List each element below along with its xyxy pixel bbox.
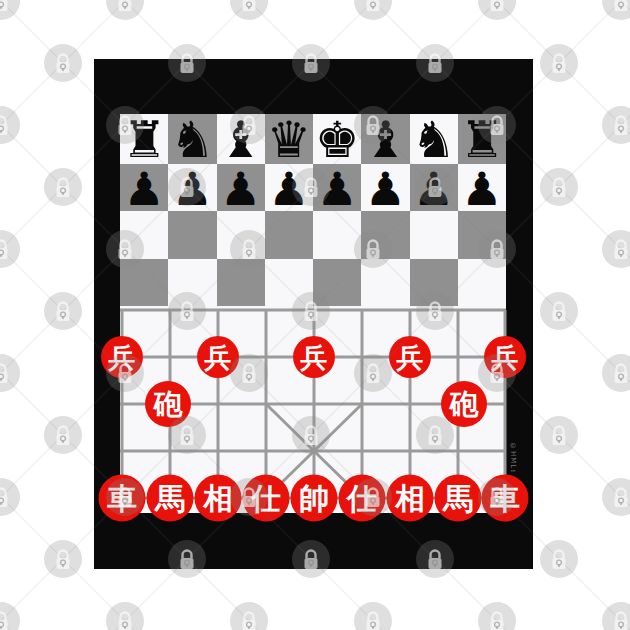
chess-square-f7[interactable]: ♟ [361,164,409,211]
chess-square-d6[interactable] [265,211,313,258]
chess-piece-black-pawn[interactable]: ♟ [268,166,309,212]
lock-icon [0,117,8,136]
lock-icon [553,55,566,73]
chess-square-b7[interactable]: ♟ [168,164,216,211]
chess-piece-black-queen[interactable]: ♛ [266,115,311,165]
lock-icon [57,551,70,570]
chess-piece-black-king[interactable]: ♚ [315,115,360,165]
chess-square-e7[interactable]: ♟ [313,164,361,211]
chess-square-c5[interactable] [217,259,265,306]
chess-square-c6[interactable] [217,211,265,258]
chess-square-f8[interactable]: ♝ [361,114,409,164]
chess-square-d8[interactable]: ♛ [265,114,313,164]
lock-icon [0,489,8,508]
chess-square-e6[interactable] [313,211,361,258]
xiangqi-piece-red-advisor[interactable]: 仕 [243,475,290,522]
lock-icon [553,427,566,446]
chess-square-e8[interactable]: ♚ [313,114,361,164]
xiangqi-piece-red-elephant[interactable]: 相 [387,475,434,522]
board-frame: ♜♞♝♛♚♝♞♜♟♟♟♟♟♟♟♟ 兵兵兵兵兵砲砲車馬相仕帥仕相馬車 ©HML™ [94,59,533,569]
lock-icon [0,241,8,259]
chess-square-g5[interactable] [410,259,458,306]
lock-icon [367,613,380,630]
chess-square-a6[interactable] [120,211,168,258]
chess-piece-black-pawn[interactable]: ♟ [172,166,213,212]
chess-square-g6[interactable] [410,211,458,258]
chess-piece-black-knight[interactable]: ♞ [170,115,215,165]
lock-icon [0,613,8,630]
xiangqi-piece-red-soldier-1[interactable]: 兵 [101,336,143,378]
chess-piece-black-knight[interactable]: ♞ [411,115,456,165]
xiangqi-piece-red-advisor[interactable]: 仕 [339,475,386,522]
chess-square-h6[interactable] [458,211,506,258]
xiangqi-piece-red-elephant[interactable]: 相 [195,475,242,522]
chess-piece-black-pawn[interactable]: ♟ [317,166,358,212]
lock-icon [0,365,8,384]
chess-piece-black-pawn[interactable]: ♟ [461,166,502,212]
xiangqi-piece-red-soldier-5[interactable]: 兵 [484,336,526,378]
chess-square-h7[interactable]: ♟ [458,164,506,211]
chess-square-c7[interactable]: ♟ [217,164,265,211]
chess-square-f6[interactable] [361,211,409,258]
lock-icon [57,179,70,198]
chess-square-d7[interactable]: ♟ [265,164,313,211]
lock-icon [615,241,628,259]
xiangqi-piece-red-horse[interactable]: 馬 [435,475,482,522]
chess-board: ♜♞♝♛♚♝♞♜♟♟♟♟♟♟♟♟ [120,114,506,306]
chess-square-f5[interactable] [361,259,409,306]
chess-piece-black-pawn[interactable]: ♟ [124,166,165,212]
xiangqi-piece-red-cannon-2[interactable]: 砲 [441,381,487,427]
chess-square-d5[interactable] [265,259,313,306]
lock-icon [367,0,380,11]
lock-icon [615,365,628,384]
xiangqi-piece-red-horse[interactable]: 馬 [147,475,194,522]
xiangqi-piece-red-chariot[interactable]: 車 [482,475,529,522]
lock-icon [243,0,256,11]
chess-square-b6[interactable] [168,211,216,258]
chess-piece-black-rook[interactable]: ♜ [459,115,504,165]
chess-piece-black-bishop[interactable]: ♝ [363,115,408,165]
xiangqi-piece-red-soldier-2[interactable]: 兵 [197,336,239,378]
chess-square-b8[interactable]: ♞ [168,114,216,164]
chess-square-c8[interactable]: ♝ [217,114,265,164]
chess-piece-black-rook[interactable]: ♜ [122,115,167,165]
xiangqi-piece-red-cannon-1[interactable]: 砲 [145,381,191,427]
lock-icon [491,613,504,630]
lock-icon [57,55,70,73]
chess-square-a5[interactable] [120,259,168,306]
chess-piece-black-pawn[interactable]: ♟ [220,166,261,212]
chess-square-a8[interactable]: ♜ [120,114,168,164]
lock-icon [0,0,8,11]
lock-icon [491,0,504,11]
lock-icon [553,551,566,570]
lock-icon [57,303,70,322]
xiangqi-piece-red-chariot[interactable]: 車 [99,475,146,522]
lock-icon [615,613,628,630]
lock-icon [553,303,566,322]
chess-square-e5[interactable] [313,259,361,306]
lock-icon [119,0,132,11]
chess-piece-black-pawn[interactable]: ♟ [413,166,454,212]
chess-square-h5[interactable] [458,259,506,306]
lock-icon [57,427,70,446]
chess-square-h8[interactable]: ♜ [458,114,506,164]
lock-icon [243,613,256,630]
lock-icon [615,489,628,508]
lock-icon [553,179,566,198]
chess-piece-black-pawn[interactable]: ♟ [365,166,406,212]
xiangqi-piece-red-soldier-4[interactable]: 兵 [389,336,431,378]
lock-icon [615,117,628,136]
xiangqi-board: 兵兵兵兵兵砲砲車馬相仕帥仕相馬車 [120,306,506,513]
chess-square-g8[interactable]: ♞ [410,114,458,164]
xiangqi-piece-red-general[interactable]: 帥 [291,475,338,522]
lock-icon [119,613,132,630]
chess-square-b5[interactable] [168,259,216,306]
chess-square-a7[interactable]: ♟ [120,164,168,211]
chess-piece-black-bishop[interactable]: ♝ [218,115,263,165]
lock-icon [615,0,628,11]
chess-square-g7[interactable]: ♟ [410,164,458,211]
artwork-canvas: ♜♞♝♛♚♝♞♜♟♟♟♟♟♟♟♟ 兵兵兵兵兵砲砲車馬相仕帥仕相馬車 ©HML™ [0,0,630,630]
xiangqi-piece-red-soldier-3[interactable]: 兵 [293,336,335,378]
